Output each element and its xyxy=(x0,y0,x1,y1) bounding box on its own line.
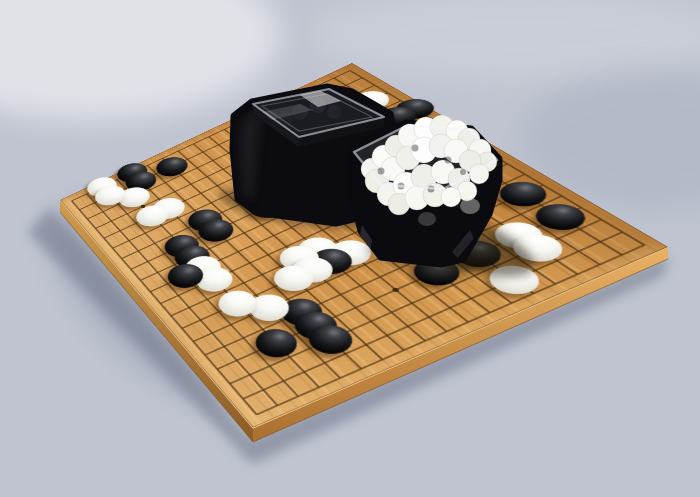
stone-through-plastic xyxy=(460,198,480,214)
bowls-layer xyxy=(0,0,700,497)
open-bowl xyxy=(352,115,499,264)
black-stones-in-lid xyxy=(327,105,341,119)
stone-through-plastic xyxy=(418,212,436,226)
photo-scene xyxy=(0,0,700,497)
